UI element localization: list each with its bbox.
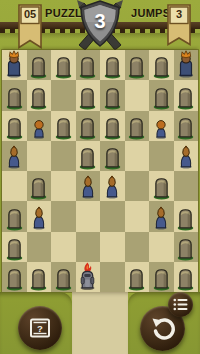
square-f8[interactable] bbox=[125, 50, 150, 80]
piece-gold-hood-villager bbox=[76, 171, 101, 201]
help-button[interactable]: ? bbox=[18, 306, 62, 350]
piece-tree-stump bbox=[51, 50, 76, 80]
piece-tree-stump bbox=[100, 141, 125, 171]
square-c6[interactable] bbox=[51, 111, 76, 141]
square-d4[interactable] bbox=[76, 171, 101, 201]
square-c4[interactable] bbox=[51, 171, 76, 201]
piece-small-orange-hood-villager bbox=[149, 111, 174, 141]
puzzle-number-ribbon: 05 bbox=[17, 4, 43, 50]
piece-tree-stump bbox=[51, 111, 76, 141]
piece-tree-stump bbox=[2, 80, 27, 110]
piece-tree-stump bbox=[2, 201, 27, 231]
square-e4[interactable] bbox=[100, 171, 125, 201]
square-f4[interactable] bbox=[125, 171, 150, 201]
level-badge: 3 bbox=[76, 10, 124, 33]
square-e3[interactable] bbox=[100, 201, 125, 231]
square-f6[interactable] bbox=[125, 111, 150, 141]
square-g2[interactable] bbox=[149, 232, 174, 262]
svg-text:?: ? bbox=[37, 323, 43, 334]
piece-tree-stump bbox=[76, 111, 101, 141]
square-h6[interactable] bbox=[174, 111, 199, 141]
piece-tree-stump bbox=[27, 171, 52, 201]
square-h5[interactable] bbox=[174, 141, 199, 171]
square-f1[interactable] bbox=[125, 262, 150, 292]
piece-crowned-king-stump bbox=[174, 50, 199, 80]
board bbox=[2, 50, 198, 292]
square-b6[interactable] bbox=[27, 111, 52, 141]
square-g8[interactable] bbox=[149, 50, 174, 80]
square-h1[interactable] bbox=[174, 262, 199, 292]
square-f2[interactable] bbox=[125, 232, 150, 262]
square-b8[interactable] bbox=[27, 50, 52, 80]
piece-gold-hood-villager bbox=[100, 171, 125, 201]
square-b1[interactable] bbox=[27, 262, 52, 292]
square-d8[interactable] bbox=[76, 50, 101, 80]
piece-tree-stump bbox=[76, 141, 101, 171]
square-a5[interactable] bbox=[2, 141, 27, 171]
piece-tree-stump bbox=[174, 262, 199, 292]
piece-tree-stump bbox=[100, 111, 125, 141]
piece-gold-hood-villager bbox=[2, 141, 27, 171]
list-menu-icon bbox=[173, 298, 188, 311]
square-c2[interactable] bbox=[51, 232, 76, 262]
square-e5[interactable] bbox=[100, 141, 125, 171]
piece-tree-stump bbox=[2, 232, 27, 262]
piece-tree-stump bbox=[76, 50, 101, 80]
square-c5[interactable] bbox=[51, 141, 76, 171]
square-f3[interactable] bbox=[125, 201, 150, 231]
jumps-count: 3 bbox=[166, 8, 192, 20]
square-c1[interactable] bbox=[51, 262, 76, 292]
piece-tree-stump bbox=[100, 50, 125, 80]
piece-tree-stump bbox=[149, 80, 174, 110]
game-screen: PUZZLE JUMPS 05 3 3 bbox=[0, 0, 200, 354]
square-b5[interactable] bbox=[27, 141, 52, 171]
piece-gold-hood-villager bbox=[174, 141, 199, 171]
square-b3[interactable] bbox=[27, 201, 52, 231]
piece-crowned-king-stump bbox=[2, 50, 27, 80]
bottom-center-tab bbox=[72, 292, 128, 354]
puzzle-number: 05 bbox=[17, 8, 43, 20]
level-shield: 3 bbox=[76, 0, 124, 53]
square-g5[interactable] bbox=[149, 141, 174, 171]
square-d6[interactable] bbox=[76, 111, 101, 141]
square-d7[interactable] bbox=[76, 80, 101, 110]
square-a6[interactable] bbox=[2, 111, 27, 141]
piece-hero-red-plume-knight[interactable] bbox=[76, 262, 101, 292]
menu-button[interactable] bbox=[168, 292, 193, 317]
square-e6[interactable] bbox=[100, 111, 125, 141]
square-c3[interactable] bbox=[51, 201, 76, 231]
piece-tree-stump bbox=[51, 262, 76, 292]
piece-small-orange-hood-villager bbox=[27, 111, 52, 141]
square-h7[interactable] bbox=[174, 80, 199, 110]
piece-tree-stump bbox=[2, 262, 27, 292]
piece-tree-stump bbox=[2, 111, 27, 141]
undo-arrow-icon bbox=[150, 316, 176, 342]
square-c7[interactable] bbox=[51, 80, 76, 110]
piece-tree-stump bbox=[174, 111, 199, 141]
square-a8[interactable] bbox=[2, 50, 27, 80]
square-b2[interactable] bbox=[27, 232, 52, 262]
piece-gold-hood-villager bbox=[149, 201, 174, 231]
square-a3[interactable] bbox=[2, 201, 27, 231]
piece-tree-stump bbox=[27, 262, 52, 292]
square-g4[interactable] bbox=[149, 171, 174, 201]
square-e8[interactable] bbox=[100, 50, 125, 80]
question-scroll-icon: ? bbox=[28, 317, 52, 339]
piece-tree-stump bbox=[125, 262, 150, 292]
square-e1[interactable] bbox=[100, 262, 125, 292]
square-d1[interactable] bbox=[76, 262, 101, 292]
jumps-count-ribbon: 3 bbox=[166, 4, 192, 47]
piece-tree-stump bbox=[27, 80, 52, 110]
square-c8[interactable] bbox=[51, 50, 76, 80]
square-h2[interactable] bbox=[174, 232, 199, 262]
piece-tree-stump bbox=[174, 232, 199, 262]
square-a7[interactable] bbox=[2, 80, 27, 110]
piece-tree-stump bbox=[149, 171, 174, 201]
piece-tree-stump bbox=[174, 80, 199, 110]
square-h3[interactable] bbox=[174, 201, 199, 231]
piece-tree-stump bbox=[149, 262, 174, 292]
square-d3[interactable] bbox=[76, 201, 101, 231]
square-a1[interactable] bbox=[2, 262, 27, 292]
square-d2[interactable] bbox=[76, 232, 101, 262]
piece-tree-stump bbox=[27, 50, 52, 80]
square-h8[interactable] bbox=[174, 50, 199, 80]
piece-tree-stump bbox=[76, 80, 101, 110]
piece-tree-stump bbox=[125, 50, 150, 80]
square-d5[interactable] bbox=[76, 141, 101, 171]
piece-tree-stump bbox=[149, 50, 174, 80]
square-g7[interactable] bbox=[149, 80, 174, 110]
piece-tree-stump bbox=[100, 80, 125, 110]
jumps-label: JUMPS bbox=[131, 7, 170, 19]
square-g3[interactable] bbox=[149, 201, 174, 231]
square-f5[interactable] bbox=[125, 141, 150, 171]
square-b4[interactable] bbox=[27, 171, 52, 201]
square-a2[interactable] bbox=[2, 232, 27, 262]
square-e7[interactable] bbox=[100, 80, 125, 110]
square-b7[interactable] bbox=[27, 80, 52, 110]
piece-tree-stump bbox=[174, 201, 199, 231]
square-g6[interactable] bbox=[149, 111, 174, 141]
square-e2[interactable] bbox=[100, 232, 125, 262]
square-h4[interactable] bbox=[174, 171, 199, 201]
square-f7[interactable] bbox=[125, 80, 150, 110]
square-g1[interactable] bbox=[149, 262, 174, 292]
piece-tree-stump bbox=[125, 111, 150, 141]
piece-gold-hood-villager bbox=[27, 201, 52, 231]
square-a4[interactable] bbox=[2, 171, 27, 201]
